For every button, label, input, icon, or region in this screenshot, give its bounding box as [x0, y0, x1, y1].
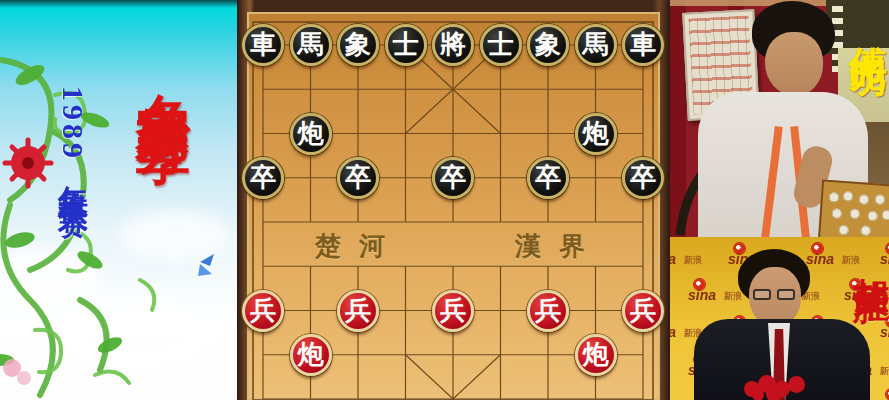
- right-photo-panel: sina新浪sina新浪sina新浪sina新浪sina新浪sina新浪sina…: [670, 0, 889, 400]
- sina-logo-icon: sina新浪: [844, 279, 889, 305]
- pink-flower-icon: [3, 359, 31, 385]
- piece-black-卒-f7r4[interactable]: 卒: [527, 157, 569, 199]
- piece-black-將-f5r1[interactable]: 將: [432, 24, 474, 66]
- left-title-panel: 1989年象棋个人赛 名家妙局分享: [0, 0, 237, 400]
- caption-fu-guangming: 傅光明: [842, 16, 889, 37]
- sina-logo-icon: sina新浪: [670, 243, 720, 269]
- screenshot-stage: 1989年象棋个人赛 名家妙局分享: [0, 0, 889, 400]
- butterfly-icon: [198, 254, 214, 276]
- sina-chinese: 新浪: [724, 290, 742, 303]
- sina-word: sina: [844, 287, 872, 303]
- piece-red-炮-f8r8[interactable]: 炮: [575, 334, 617, 376]
- piece-black-馬-f2r1[interactable]: 馬: [290, 24, 332, 66]
- sina-word: sina: [806, 251, 834, 267]
- piece-red-兵-f9r7[interactable]: 兵: [622, 290, 664, 332]
- piece-black-車-f1r1[interactable]: 車: [242, 24, 284, 66]
- piece-black-卒-f5r4[interactable]: 卒: [432, 157, 474, 199]
- piece-red-兵-f7r7[interactable]: 兵: [527, 290, 569, 332]
- sina-logo-icon: sina新浪: [880, 316, 889, 342]
- sina-word: sina: [670, 324, 676, 340]
- piece-black-馬-f8r1[interactable]: 馬: [575, 24, 617, 66]
- piece-black-炮-f8r3[interactable]: 炮: [575, 113, 617, 155]
- flower-bouquet: [740, 373, 814, 400]
- piece-red-兵-f3r7[interactable]: 兵: [337, 290, 379, 332]
- piece-black-卒-f1r4[interactable]: 卒: [242, 157, 284, 199]
- piece-red-兵-f1r7[interactable]: 兵: [242, 290, 284, 332]
- piece-black-士-f6r1[interactable]: 士: [480, 24, 522, 66]
- piece-black-車-f9r1[interactable]: 車: [622, 24, 664, 66]
- piece-black-象-f7r1[interactable]: 象: [527, 24, 569, 66]
- sina-chinese: 新浪: [880, 290, 889, 303]
- caption-hu-ronghua-wins: 胡荣华胜: [846, 248, 889, 264]
- player-face: [765, 32, 823, 96]
- sina-word: sina: [880, 324, 889, 340]
- main-title: 名家妙局分享: [126, 50, 199, 92]
- river-label-han: 漢界: [515, 229, 603, 264]
- sina-chinese: 新浪: [880, 365, 889, 378]
- red-flower-icon: [5, 140, 51, 186]
- sina-logo-icon: sina新浪: [880, 389, 889, 400]
- piece-red-炮-f2r8[interactable]: 炮: [290, 334, 332, 376]
- piece-black-象-f3r1[interactable]: 象: [337, 24, 379, 66]
- river-label-chu: 楚河: [315, 229, 403, 264]
- table-xiangqi-board: [818, 179, 889, 237]
- piece-red-兵-f5r7[interactable]: 兵: [432, 290, 474, 332]
- piece-black-卒-f9r4[interactable]: 卒: [622, 157, 664, 199]
- sina-word: sina: [688, 287, 716, 303]
- piece-black-炮-f2r3[interactable]: 炮: [290, 113, 332, 155]
- event-subtitle: 1989年象棋个人赛: [52, 86, 93, 186]
- glasses-icon: [753, 289, 797, 301]
- sina-word: sina: [670, 251, 676, 267]
- xiangqi-board: 楚河 漢界 車馬象士將士象馬車炮炮卒卒卒卒卒兵兵兵兵兵炮炮: [237, 0, 670, 400]
- floral-vine-decoration: [0, 0, 237, 400]
- piece-black-士-f4r1[interactable]: 士: [385, 24, 427, 66]
- sina-chinese: 新浪: [684, 254, 702, 267]
- piece-black-卒-f3r4[interactable]: 卒: [337, 157, 379, 199]
